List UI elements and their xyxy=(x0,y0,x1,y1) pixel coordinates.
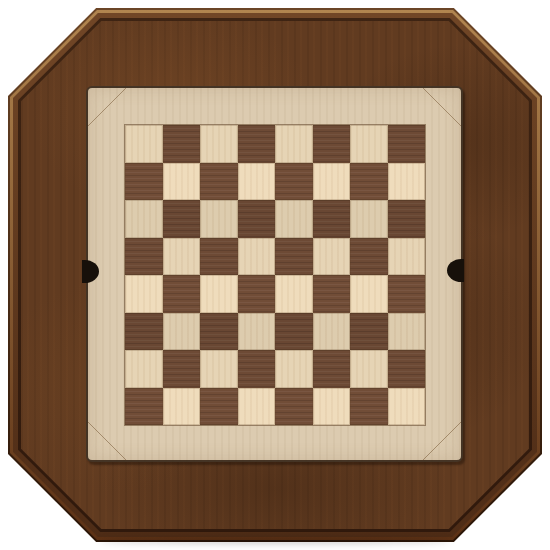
square-g6[interactable] xyxy=(350,200,388,238)
square-h2[interactable] xyxy=(388,350,426,388)
square-d6[interactable] xyxy=(238,200,276,238)
square-a3[interactable] xyxy=(125,313,163,351)
square-b6[interactable] xyxy=(163,200,201,238)
square-c5[interactable] xyxy=(200,238,238,276)
square-g7[interactable] xyxy=(350,163,388,201)
game-table-photo xyxy=(0,0,550,550)
square-d1[interactable] xyxy=(238,388,276,426)
panel-miter-seam-top-left xyxy=(88,88,126,126)
square-a4[interactable] xyxy=(125,275,163,313)
square-f1[interactable] xyxy=(313,388,351,426)
square-h5[interactable] xyxy=(388,238,426,276)
square-e3[interactable] xyxy=(275,313,313,351)
square-f8[interactable] xyxy=(313,125,351,163)
square-g8[interactable] xyxy=(350,125,388,163)
square-g4[interactable] xyxy=(350,275,388,313)
square-h8[interactable] xyxy=(388,125,426,163)
square-h6[interactable] xyxy=(388,200,426,238)
table-drop-shadow xyxy=(98,538,452,544)
square-e6[interactable] xyxy=(275,200,313,238)
square-b4[interactable] xyxy=(163,275,201,313)
square-e7[interactable] xyxy=(275,163,313,201)
square-b1[interactable] xyxy=(163,388,201,426)
square-d2[interactable] xyxy=(238,350,276,388)
square-h7[interactable] xyxy=(388,163,426,201)
square-a8[interactable] xyxy=(125,125,163,163)
square-b5[interactable] xyxy=(163,238,201,276)
square-d8[interactable] xyxy=(238,125,276,163)
square-c8[interactable] xyxy=(200,125,238,163)
square-h3[interactable] xyxy=(388,313,426,351)
square-h4[interactable] xyxy=(388,275,426,313)
square-a1[interactable] xyxy=(125,388,163,426)
square-f5[interactable] xyxy=(313,238,351,276)
square-f4[interactable] xyxy=(313,275,351,313)
square-b3[interactable] xyxy=(163,313,201,351)
board-panel xyxy=(86,86,463,462)
square-e4[interactable] xyxy=(275,275,313,313)
square-e5[interactable] xyxy=(275,238,313,276)
square-e1[interactable] xyxy=(275,388,313,426)
square-d7[interactable] xyxy=(238,163,276,201)
square-a7[interactable] xyxy=(125,163,163,201)
square-c4[interactable] xyxy=(200,275,238,313)
panel-miter-seam-bottom-right xyxy=(423,422,461,460)
square-b8[interactable] xyxy=(163,125,201,163)
square-a6[interactable] xyxy=(125,200,163,238)
square-b2[interactable] xyxy=(163,350,201,388)
square-c3[interactable] xyxy=(200,313,238,351)
panel-miter-seam-bottom-left xyxy=(88,422,126,460)
square-b7[interactable] xyxy=(163,163,201,201)
panel-miter-seam-top-right xyxy=(423,88,461,126)
square-h1[interactable] xyxy=(388,388,426,426)
square-f7[interactable] xyxy=(313,163,351,201)
square-a2[interactable] xyxy=(125,350,163,388)
square-f3[interactable] xyxy=(313,313,351,351)
square-f6[interactable] xyxy=(313,200,351,238)
square-c2[interactable] xyxy=(200,350,238,388)
square-g3[interactable] xyxy=(350,313,388,351)
square-d5[interactable] xyxy=(238,238,276,276)
square-c1[interactable] xyxy=(200,388,238,426)
square-g5[interactable] xyxy=(350,238,388,276)
square-f2[interactable] xyxy=(313,350,351,388)
square-g2[interactable] xyxy=(350,350,388,388)
square-e8[interactable] xyxy=(275,125,313,163)
square-c6[interactable] xyxy=(200,200,238,238)
square-a5[interactable] xyxy=(125,238,163,276)
square-d3[interactable] xyxy=(238,313,276,351)
square-e2[interactable] xyxy=(275,350,313,388)
square-d4[interactable] xyxy=(238,275,276,313)
checkerboard xyxy=(125,125,425,425)
square-g1[interactable] xyxy=(350,388,388,426)
square-c7[interactable] xyxy=(200,163,238,201)
